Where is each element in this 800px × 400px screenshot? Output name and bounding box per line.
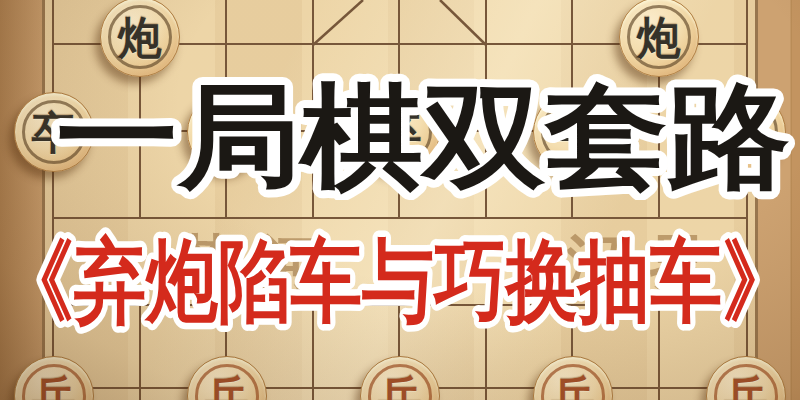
board-cell [487, 219, 574, 306]
table-margin-right [758, 0, 800, 400]
board-cell [660, 219, 747, 306]
piece-glyph: 兵 [205, 375, 249, 400]
board-frame-right [755, 0, 758, 400]
piece-black-soldier[interactable]: 卒 [14, 92, 94, 172]
piece-black-soldier[interactable]: 卒 [706, 92, 786, 172]
board-cell [400, 219, 487, 306]
piece-glyph: 炮 [118, 16, 162, 60]
piece-glyph: 卒 [32, 111, 76, 155]
piece-glyph: 炮 [637, 16, 681, 60]
board-cell [314, 219, 401, 306]
piece-glyph: 卒 [551, 111, 595, 155]
piece-glyph: 卒 [378, 111, 422, 155]
piece-black-soldier[interactable]: 卒 [360, 92, 440, 172]
table-margin-left [0, 0, 42, 400]
board-cell [141, 219, 228, 306]
board-frame-left [42, 0, 45, 400]
board-cell [54, 219, 141, 306]
piece-glyph: 兵 [724, 375, 768, 400]
board-cell [227, 0, 314, 45]
xiangqi-thumbnail: 楚 河 汉 界 炮炮卒卒卒卒卒兵兵兵兵兵 一局棋双套路 《弃炮陷车与巧换抽车》 [0, 0, 800, 400]
piece-glyph: 兵 [32, 375, 76, 400]
piece-black-cannon[interactable]: 炮 [619, 0, 699, 77]
piece-black-cannon[interactable]: 炮 [100, 0, 180, 77]
piece-black-soldier[interactable]: 卒 [187, 92, 267, 172]
piece-black-soldier[interactable]: 卒 [533, 92, 613, 172]
board-cell [573, 219, 660, 306]
board-cell [400, 0, 487, 45]
piece-glyph: 卒 [205, 111, 249, 155]
board-cell [487, 0, 574, 45]
piece-glyph: 兵 [551, 375, 595, 400]
piece-glyph: 卒 [724, 111, 768, 155]
board-cell [314, 0, 401, 45]
piece-glyph: 兵 [378, 375, 422, 400]
board-cell [227, 219, 314, 306]
